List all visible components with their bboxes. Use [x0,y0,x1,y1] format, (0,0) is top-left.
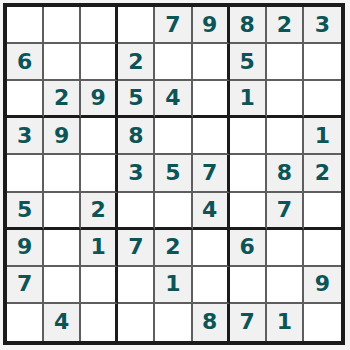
cell-r5c6[interactable]: 7 [193,155,230,192]
cell-r6c5[interactable] [155,193,192,230]
cell-r5c3[interactable] [81,155,118,192]
cell-r3c9[interactable] [304,81,341,118]
cell-r1c9[interactable]: 3 [304,7,341,44]
cell-r8c3[interactable] [81,267,118,304]
cell-r6c4[interactable] [118,193,155,230]
cell-r3c6[interactable] [193,81,230,118]
cell-r3c1[interactable] [7,81,44,118]
cell-r3c7[interactable]: 1 [230,81,267,118]
cell-r6c6[interactable]: 4 [193,193,230,230]
cell-r4c4[interactable]: 8 [118,118,155,155]
cell-r5c1[interactable] [7,155,44,192]
cell-r5c7[interactable] [230,155,267,192]
cell-r1c1[interactable] [7,7,44,44]
cell-r2c6[interactable] [193,44,230,81]
cell-r4c2[interactable]: 9 [44,118,81,155]
cell-r6c2[interactable] [44,193,81,230]
cell-r2c2[interactable] [44,44,81,81]
cell-r4c1[interactable]: 3 [7,118,44,155]
cell-r5c4[interactable]: 3 [118,155,155,192]
cell-r3c8[interactable] [267,81,304,118]
cell-r5c5[interactable]: 5 [155,155,192,192]
cell-r9c3[interactable] [81,304,118,341]
cell-r9c1[interactable] [7,304,44,341]
cell-r7c8[interactable] [267,230,304,267]
cell-r5c2[interactable] [44,155,81,192]
cell-r1c7[interactable]: 8 [230,7,267,44]
cell-r8c9[interactable]: 9 [304,267,341,304]
cell-r4c7[interactable] [230,118,267,155]
cell-r8c4[interactable] [118,267,155,304]
cell-r3c5[interactable]: 4 [155,81,192,118]
cell-r2c4[interactable]: 2 [118,44,155,81]
cell-r6c7[interactable] [230,193,267,230]
cell-r9c5[interactable] [155,304,192,341]
cell-r8c8[interactable] [267,267,304,304]
cell-r6c3[interactable]: 2 [81,193,118,230]
cell-r8c7[interactable] [230,267,267,304]
cell-r6c1[interactable]: 5 [7,193,44,230]
cell-r7c3[interactable]: 1 [81,230,118,267]
cell-r7c6[interactable] [193,230,230,267]
cell-r9c4[interactable] [118,304,155,341]
cell-r7c4[interactable]: 7 [118,230,155,267]
cell-r6c8[interactable]: 7 [267,193,304,230]
cell-r9c9[interactable] [304,304,341,341]
cell-r3c4[interactable]: 5 [118,81,155,118]
cell-r2c8[interactable] [267,44,304,81]
cell-r3c2[interactable]: 2 [44,81,81,118]
cell-r7c1[interactable]: 9 [7,230,44,267]
cell-r7c7[interactable]: 6 [230,230,267,267]
sudoku-board: 79823625295413981357825247917267194871 [3,3,345,345]
cell-r5c9[interactable]: 2 [304,155,341,192]
cell-r6c9[interactable] [304,193,341,230]
cell-r4c6[interactable] [193,118,230,155]
cell-r1c2[interactable] [44,7,81,44]
cell-r4c5[interactable] [155,118,192,155]
cell-r2c9[interactable] [304,44,341,81]
cell-r1c5[interactable]: 7 [155,7,192,44]
cell-r2c5[interactable] [155,44,192,81]
cell-r8c1[interactable]: 7 [7,267,44,304]
cell-r3c3[interactable]: 9 [81,81,118,118]
cell-r9c2[interactable]: 4 [44,304,81,341]
cell-r8c5[interactable]: 1 [155,267,192,304]
cell-r7c5[interactable]: 2 [155,230,192,267]
board-frame: 79823625295413981357825247917267194871 [0,0,350,350]
cell-r2c1[interactable]: 6 [7,44,44,81]
cell-r1c6[interactable]: 9 [193,7,230,44]
cell-r4c8[interactable] [267,118,304,155]
cell-r9c7[interactable]: 7 [230,304,267,341]
cell-r9c6[interactable]: 8 [193,304,230,341]
cell-r4c9[interactable]: 1 [304,118,341,155]
cell-r7c9[interactable] [304,230,341,267]
cell-r2c3[interactable] [81,44,118,81]
cell-r1c8[interactable]: 2 [267,7,304,44]
cell-r7c2[interactable] [44,230,81,267]
cell-r1c4[interactable] [118,7,155,44]
cell-r8c2[interactable] [44,267,81,304]
cell-r8c6[interactable] [193,267,230,304]
cell-r2c7[interactable]: 5 [230,44,267,81]
cell-r1c3[interactable] [81,7,118,44]
cell-r5c8[interactable]: 8 [267,155,304,192]
cell-r4c3[interactable] [81,118,118,155]
cell-r9c8[interactable]: 1 [267,304,304,341]
